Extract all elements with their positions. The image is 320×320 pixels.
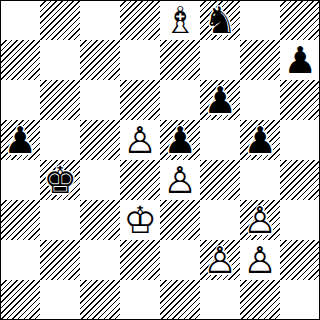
square-e8[interactable]: ♝♗ [160, 0, 200, 40]
piece-white-pawn[interactable]: ♙ [240, 240, 280, 280]
square-a1[interactable] [0, 280, 40, 320]
square-d2[interactable] [120, 240, 160, 280]
piece-white-bishop[interactable]: ♗ [160, 0, 200, 40]
square-e3[interactable] [160, 200, 200, 240]
square-b6[interactable] [40, 80, 80, 120]
square-b5[interactable] [40, 120, 80, 160]
square-f5[interactable] [200, 120, 240, 160]
square-c1[interactable] [80, 280, 120, 320]
square-d6[interactable] [120, 80, 160, 120]
square-d7[interactable] [120, 40, 160, 80]
square-h1[interactable] [280, 280, 320, 320]
square-b1[interactable] [40, 280, 80, 320]
square-d1[interactable] [120, 280, 160, 320]
square-a4[interactable] [0, 160, 40, 200]
square-c4[interactable] [80, 160, 120, 200]
square-c3[interactable] [80, 200, 120, 240]
square-c8[interactable] [80, 0, 120, 40]
square-g8[interactable] [240, 0, 280, 40]
square-h6[interactable] [280, 80, 320, 120]
square-e6[interactable] [160, 80, 200, 120]
square-g1[interactable] [240, 280, 280, 320]
square-a6[interactable] [0, 80, 40, 120]
square-b8[interactable] [40, 0, 80, 40]
piece-black-knight[interactable]: ♞ [200, 0, 240, 40]
square-d8[interactable] [120, 0, 160, 40]
square-e1[interactable] [160, 280, 200, 320]
piece-black-pawn[interactable]: ♟ [0, 120, 40, 160]
square-a5[interactable]: ♟♟ [0, 120, 40, 160]
square-g6[interactable] [240, 80, 280, 120]
square-f2[interactable]: ♟♙ [200, 240, 240, 280]
square-e4[interactable]: ♟♙ [160, 160, 200, 200]
square-g4[interactable] [240, 160, 280, 200]
square-f1[interactable] [200, 280, 240, 320]
square-b2[interactable] [40, 240, 80, 280]
square-e7[interactable] [160, 40, 200, 80]
square-a2[interactable] [0, 240, 40, 280]
piece-white-pawn[interactable]: ♙ [120, 120, 160, 160]
square-f7[interactable] [200, 40, 240, 80]
square-g5[interactable]: ♟♟ [240, 120, 280, 160]
square-f6[interactable]: ♟♟ [200, 80, 240, 120]
square-d4[interactable] [120, 160, 160, 200]
square-e2[interactable] [160, 240, 200, 280]
square-f3[interactable] [200, 200, 240, 240]
piece-white-pawn[interactable]: ♙ [240, 200, 280, 240]
square-h2[interactable] [280, 240, 320, 280]
square-e5[interactable]: ♟♟ [160, 120, 200, 160]
square-b3[interactable] [40, 200, 80, 240]
square-a3[interactable] [0, 200, 40, 240]
piece-white-pawn[interactable]: ♙ [160, 160, 200, 200]
square-g3[interactable]: ♟♙ [240, 200, 280, 240]
piece-black-pawn[interactable]: ♟ [160, 120, 200, 160]
square-b7[interactable] [40, 40, 80, 80]
square-g7[interactable] [240, 40, 280, 80]
square-c5[interactable] [80, 120, 120, 160]
chess-board: ♝♗♞♞♟♟♟♟♟♟♟♙♟♟♟♟♚♚♟♙♚♔♟♙♟♙♟♙ [0, 0, 320, 320]
square-h7[interactable]: ♟♟ [280, 40, 320, 80]
square-h3[interactable] [280, 200, 320, 240]
square-b4[interactable]: ♚♚ [40, 160, 80, 200]
square-f8[interactable]: ♞♞ [200, 0, 240, 40]
piece-black-pawn[interactable]: ♟ [280, 40, 320, 80]
piece-white-king[interactable]: ♔ [120, 200, 160, 240]
square-f4[interactable] [200, 160, 240, 200]
square-d5[interactable]: ♟♙ [120, 120, 160, 160]
square-h4[interactable] [280, 160, 320, 200]
square-c6[interactable] [80, 80, 120, 120]
piece-black-pawn[interactable]: ♟ [200, 80, 240, 120]
square-a8[interactable] [0, 0, 40, 40]
piece-black-king[interactable]: ♚ [40, 160, 80, 200]
square-c7[interactable] [80, 40, 120, 80]
square-h8[interactable] [280, 0, 320, 40]
square-d3[interactable]: ♚♔ [120, 200, 160, 240]
square-h5[interactable] [280, 120, 320, 160]
piece-white-pawn[interactable]: ♙ [200, 240, 240, 280]
square-a7[interactable] [0, 40, 40, 80]
square-g2[interactable]: ♟♙ [240, 240, 280, 280]
piece-black-pawn[interactable]: ♟ [240, 120, 280, 160]
square-c2[interactable] [80, 240, 120, 280]
